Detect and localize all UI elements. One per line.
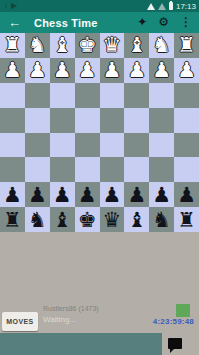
square-a6[interactable] (174, 157, 199, 182)
square-g4[interactable] (25, 108, 50, 133)
square-h7[interactable]: ♟ (0, 182, 25, 207)
black-pawn: ♟ (103, 183, 122, 207)
signal-icon (158, 3, 166, 10)
square-b1[interactable]: ♞ (149, 33, 174, 58)
chess-board: ♜♞♝♚♛♝♞♜♟♟♟♟♟♟♟♟♟♟♟♟♟♟♟♟♜♞♝♚♛♝♞♜ (0, 33, 199, 232)
black-king: ♚ (78, 208, 97, 232)
square-f1[interactable]: ♝ (50, 33, 75, 58)
download-icon: ↓ (4, 2, 8, 10)
square-e2[interactable]: ♟ (75, 58, 100, 83)
square-a3[interactable] (174, 83, 199, 108)
battery-icon (169, 2, 173, 10)
chess-time-app: ↓ ▶ 17:13 ← Chess Time ✦ ⚙ ⋮ ♜♞♝♚♛♝♞♜♟♟♟… (0, 0, 199, 355)
square-b4[interactable] (149, 108, 174, 133)
square-h8[interactable]: ♜ (0, 207, 25, 232)
square-f2[interactable]: ♟ (50, 58, 75, 83)
square-e5[interactable] (75, 133, 100, 158)
square-c7[interactable]: ♟ (124, 182, 149, 207)
square-b8[interactable]: ♞ (149, 207, 174, 232)
overflow-menu-icon[interactable]: ⋮ (180, 12, 192, 33)
status-bar: ↓ ▶ 17:13 (0, 0, 199, 12)
square-f8[interactable]: ♝ (50, 207, 75, 232)
wifi-icon (147, 3, 155, 10)
play-icon: ▶ (11, 2, 17, 10)
square-f5[interactable] (50, 133, 75, 158)
square-d3[interactable] (100, 83, 125, 108)
square-h6[interactable] (0, 157, 25, 182)
square-h3[interactable] (0, 83, 25, 108)
square-b5[interactable] (149, 133, 174, 158)
square-c3[interactable] (124, 83, 149, 108)
square-g2[interactable]: ♟ (25, 58, 50, 83)
black-knight: ♞ (28, 208, 47, 232)
black-bishop: ♝ (53, 208, 72, 232)
game-timer: 4:23:59:48 (153, 317, 194, 326)
black-rook: ♜ (3, 208, 22, 232)
system-icons: 17:13 (147, 2, 196, 11)
white-king: ♚ (78, 33, 97, 57)
white-rook: ♜ (3, 33, 22, 57)
black-pawn: ♟ (152, 183, 171, 207)
notification-icons: ↓ ▶ (4, 2, 147, 10)
square-a1[interactable]: ♜ (174, 33, 199, 58)
square-h2[interactable]: ♟ (0, 58, 25, 83)
square-d7[interactable]: ♟ (100, 182, 125, 207)
settings-gear-icon[interactable]: ⚙ (158, 12, 169, 33)
black-queen: ♛ (103, 208, 122, 232)
square-h1[interactable]: ♜ (0, 33, 25, 58)
square-b3[interactable] (149, 83, 174, 108)
white-bishop: ♝ (127, 33, 146, 57)
square-e8[interactable]: ♚ (75, 207, 100, 232)
square-d8[interactable]: ♛ (100, 207, 125, 232)
white-queen: ♛ (103, 33, 122, 57)
square-a8[interactable]: ♜ (174, 207, 199, 232)
square-f4[interactable] (50, 108, 75, 133)
square-g5[interactable] (25, 133, 50, 158)
page-title: Chess Time (34, 17, 137, 29)
square-e6[interactable] (75, 157, 100, 182)
black-pawn: ♟ (177, 183, 196, 207)
square-c6[interactable] (124, 157, 149, 182)
black-rook: ♜ (177, 208, 196, 232)
black-pawn: ♟ (53, 183, 72, 207)
square-c2[interactable]: ♟ (124, 58, 149, 83)
square-d1[interactable]: ♛ (100, 33, 125, 58)
white-pawn: ♟ (53, 58, 72, 82)
white-pawn: ♟ (127, 58, 146, 82)
square-d6[interactable] (100, 157, 125, 182)
white-pawn: ♟ (177, 58, 196, 82)
black-pawn: ♟ (28, 183, 47, 207)
square-a2[interactable]: ♟ (174, 58, 199, 83)
square-c4[interactable] (124, 108, 149, 133)
square-c5[interactable] (124, 133, 149, 158)
square-c1[interactable]: ♝ (124, 33, 149, 58)
square-h4[interactable] (0, 108, 25, 133)
moves-button[interactable]: MOVES (2, 312, 38, 331)
square-f7[interactable]: ♟ (50, 182, 75, 207)
square-e4[interactable] (75, 108, 100, 133)
online-indicator (176, 304, 190, 317)
square-f6[interactable] (50, 157, 75, 182)
black-pawn: ♟ (127, 183, 146, 207)
square-f3[interactable] (50, 83, 75, 108)
square-b6[interactable] (149, 157, 174, 182)
square-d2[interactable]: ♟ (100, 58, 125, 83)
square-e1[interactable]: ♚ (75, 33, 100, 58)
black-pawn: ♟ (78, 183, 97, 207)
opponent-status: Waiting... (43, 315, 76, 324)
black-bishop: ♝ (127, 208, 146, 232)
white-pawn: ♟ (28, 58, 47, 82)
black-pawn: ♟ (3, 183, 22, 207)
square-g3[interactable] (25, 83, 50, 108)
white-knight: ♞ (152, 33, 171, 57)
square-e7[interactable]: ♟ (75, 182, 100, 207)
back-arrow-icon[interactable]: ← (8, 12, 21, 33)
white-pawn: ♟ (103, 58, 122, 82)
square-b2[interactable]: ♟ (149, 58, 174, 83)
square-g1[interactable]: ♞ (25, 33, 50, 58)
square-e3[interactable] (75, 83, 100, 108)
star-icon[interactable]: ✦ (137, 12, 147, 33)
white-pawn: ♟ (78, 58, 97, 82)
white-knight: ♞ (28, 33, 47, 57)
square-a7[interactable]: ♟ (174, 182, 199, 207)
app-bar: ← Chess Time ✦ ⚙ ⋮ (0, 12, 199, 33)
square-d4[interactable] (100, 108, 125, 133)
black-knight: ♞ (152, 208, 171, 232)
white-bishop: ♝ (53, 33, 72, 57)
white-pawn: ♟ (3, 58, 22, 82)
square-b7[interactable]: ♟ (149, 182, 174, 207)
square-c8[interactable]: ♝ (124, 207, 149, 232)
chat-input[interactable] (0, 333, 162, 355)
square-g6[interactable] (25, 157, 50, 182)
chat-bubble-icon[interactable] (168, 338, 182, 349)
white-rook: ♜ (177, 33, 196, 57)
square-h5[interactable] (0, 133, 25, 158)
square-g7[interactable]: ♟ (25, 182, 50, 207)
opponent-name: Rustlers86 (1473) (43, 305, 99, 312)
status-clock: 17:13 (176, 2, 196, 11)
white-pawn: ♟ (152, 58, 171, 82)
square-g8[interactable]: ♞ (25, 207, 50, 232)
square-a5[interactable] (174, 133, 199, 158)
square-d5[interactable] (100, 133, 125, 158)
square-a4[interactable] (174, 108, 199, 133)
